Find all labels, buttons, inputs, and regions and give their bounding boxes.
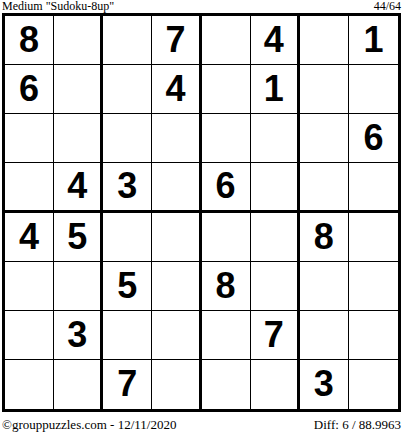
cell-r1c5[interactable] [202,16,251,65]
cell-r8c4[interactable] [152,360,201,409]
cell-r4c6[interactable] [251,163,300,212]
cell-r1c3[interactable] [103,16,152,65]
cell-r7c1[interactable] [5,311,54,360]
cell-r1c1: 8 [5,16,54,65]
cell-r5c6[interactable] [251,213,300,262]
cell-r1c4: 7 [152,16,201,65]
cell-r6c7[interactable] [300,262,349,311]
cell-counter: 44/64 [374,0,401,13]
cell-r3c5[interactable] [202,114,251,163]
cell-r3c6[interactable] [251,114,300,163]
cell-r6c5: 8 [202,262,251,311]
cell-r6c3: 5 [103,262,152,311]
cell-r6c6[interactable] [251,262,300,311]
cell-r3c1[interactable] [5,114,54,163]
cell-r7c2: 3 [54,311,103,360]
footer: ©grouppuzzles.com - 12/11/2020 Diff: 6 /… [0,412,403,437]
cell-r8c2[interactable] [54,360,103,409]
cell-r4c2: 4 [54,163,103,212]
cell-r2c2[interactable] [54,65,103,114]
cell-r6c2[interactable] [54,262,103,311]
cell-r2c4: 4 [152,65,201,114]
cell-r4c5: 6 [202,163,251,212]
cell-r4c4[interactable] [152,163,201,212]
cell-r8c8[interactable] [349,360,398,409]
cell-r2c1: 6 [5,65,54,114]
sudoku-page: Medium "Sudoku-8up" 44/64 87416416436458… [0,0,403,437]
cell-r1c2[interactable] [54,16,103,65]
cell-r7c5[interactable] [202,311,251,360]
cell-r3c4[interactable] [152,114,201,163]
cell-r5c2: 5 [54,213,103,262]
cell-r2c5[interactable] [202,65,251,114]
cell-r4c3: 3 [103,163,152,212]
cell-r8c5[interactable] [202,360,251,409]
cell-r2c8[interactable] [349,65,398,114]
cell-r5c7: 8 [300,213,349,262]
cell-r7c3[interactable] [103,311,152,360]
cell-r8c7: 3 [300,360,349,409]
cell-r3c7[interactable] [300,114,349,163]
cell-r3c2[interactable] [54,114,103,163]
cell-r7c4[interactable] [152,311,201,360]
puzzle-title: Medium "Sudoku-8up" [2,0,114,13]
cell-r7c8[interactable] [349,311,398,360]
cell-r8c3: 7 [103,360,152,409]
sudoku-board: 87416416436458583773 [2,13,401,412]
cell-r4c7[interactable] [300,163,349,212]
cell-r8c1[interactable] [5,360,54,409]
cell-r6c8[interactable] [349,262,398,311]
cell-r5c1: 4 [5,213,54,262]
cell-r7c6: 7 [251,311,300,360]
cell-r2c7[interactable] [300,65,349,114]
cell-r5c8[interactable] [349,213,398,262]
cell-r1c7[interactable] [300,16,349,65]
cell-r5c4[interactable] [152,213,201,262]
cell-r5c5[interactable] [202,213,251,262]
cell-r7c7[interactable] [300,311,349,360]
cell-r2c6: 1 [251,65,300,114]
cell-r3c3[interactable] [103,114,152,163]
cell-r4c1[interactable] [5,163,54,212]
cell-r2c3[interactable] [103,65,152,114]
cell-r1c6: 4 [251,16,300,65]
cell-r3c8: 6 [349,114,398,163]
cell-r6c4[interactable] [152,262,201,311]
cell-r4c8[interactable] [349,163,398,212]
cell-r6c1[interactable] [5,262,54,311]
copyright-text: ©grouppuzzles.com - 12/11/2020 [2,417,176,433]
cell-r5c3[interactable] [103,213,152,262]
cell-r8c6[interactable] [251,360,300,409]
header: Medium "Sudoku-8up" 44/64 [0,0,403,13]
difficulty-text: Diff: 6 / 88.9963 [314,417,401,433]
cell-r1c8: 1 [349,16,398,65]
